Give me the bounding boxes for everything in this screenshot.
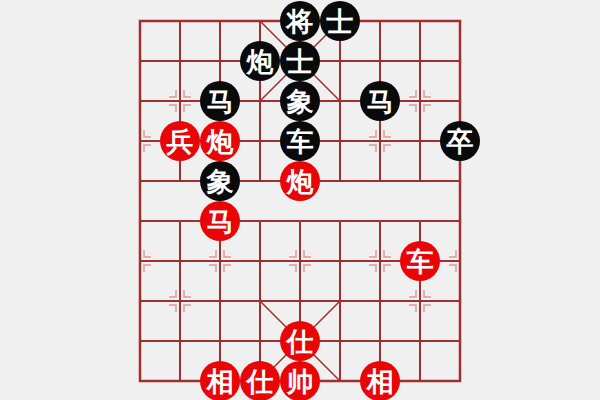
piece-black-cannon[interactable]: 炮 bbox=[240, 41, 280, 81]
piece-black-advisor[interactable]: 士 bbox=[320, 1, 360, 41]
piece-red-advisor[interactable]: 仕 bbox=[240, 361, 280, 400]
piece-red-soldier[interactable]: 兵 bbox=[160, 121, 200, 161]
piece-black-elephant[interactable]: 象 bbox=[280, 81, 320, 121]
piece-red-cannon[interactable]: 炮 bbox=[200, 121, 240, 161]
piece-black-horse[interactable]: 马 bbox=[360, 81, 400, 121]
piece-black-horse[interactable]: 马 bbox=[200, 81, 240, 121]
piece-black-general[interactable]: 将 bbox=[280, 1, 320, 41]
xiangqi-board-screen: 将士炮士马象马兵炮车卒象炮马车仕相仕帅相 bbox=[0, 0, 600, 400]
piece-black-elephant[interactable]: 象 bbox=[200, 161, 240, 201]
piece-red-cannon[interactable]: 炮 bbox=[280, 161, 320, 201]
xiangqi-board: 将士炮士马象马兵炮车卒象炮马车仕相仕帅相 bbox=[120, 1, 480, 400]
piece-black-advisor[interactable]: 士 bbox=[280, 41, 320, 81]
piece-red-chariot[interactable]: 车 bbox=[400, 241, 440, 281]
piece-red-horse[interactable]: 马 bbox=[200, 201, 240, 241]
piece-black-chariot[interactable]: 车 bbox=[280, 121, 320, 161]
piece-black-soldier[interactable]: 卒 bbox=[440, 121, 480, 161]
piece-red-elephant[interactable]: 相 bbox=[360, 361, 400, 400]
piece-red-advisor[interactable]: 仕 bbox=[280, 321, 320, 361]
piece-red-general[interactable]: 帅 bbox=[280, 361, 320, 400]
piece-red-elephant[interactable]: 相 bbox=[200, 361, 240, 400]
